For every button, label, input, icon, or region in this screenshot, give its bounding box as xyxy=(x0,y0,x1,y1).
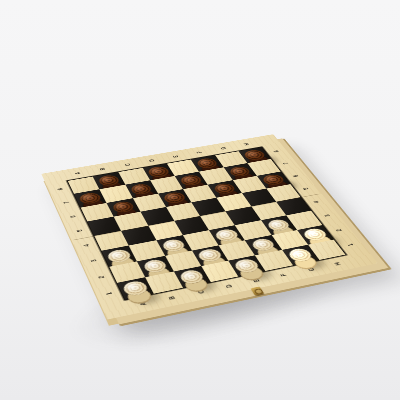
piece-light[interactable] xyxy=(196,248,223,264)
piece-light[interactable] xyxy=(233,258,261,274)
piece-light[interactable] xyxy=(160,238,187,253)
piece-light[interactable] xyxy=(122,280,150,297)
piece-light[interactable] xyxy=(213,228,240,243)
piece-light[interactable] xyxy=(265,218,292,233)
piece-light[interactable] xyxy=(286,247,314,263)
piece-light[interactable] xyxy=(106,248,133,264)
piece-light[interactable] xyxy=(141,258,168,274)
product-photo-background: ABCDEFGH ABCDEFGH 87654321 87654321 xyxy=(0,0,400,400)
piece-light[interactable] xyxy=(249,237,277,252)
piece-light[interactable] xyxy=(178,269,206,285)
piece-light[interactable] xyxy=(301,227,329,242)
